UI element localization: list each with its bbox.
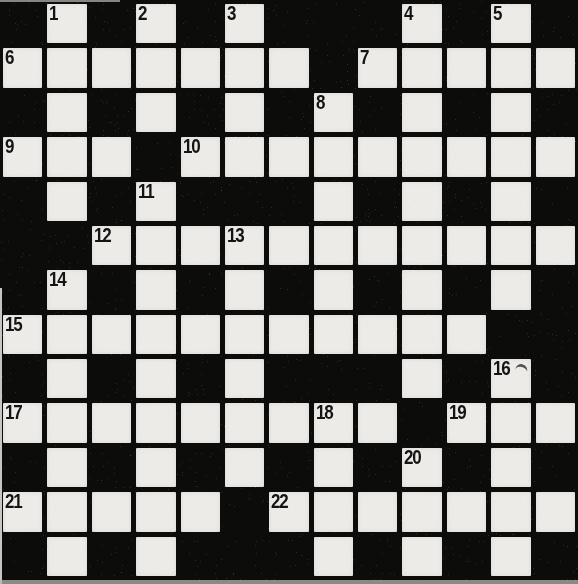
letter-square[interactable] — [225, 448, 264, 487]
letter-square[interactable] — [92, 315, 131, 354]
black-square — [181, 448, 220, 487]
letter-square[interactable] — [536, 403, 575, 442]
letter-square[interactable] — [47, 48, 86, 87]
letter-square[interactable] — [225, 315, 264, 354]
letter-square[interactable] — [225, 359, 264, 398]
black-square — [269, 93, 308, 132]
black-square — [3, 93, 42, 132]
black-square — [358, 537, 397, 576]
black-square — [269, 4, 308, 43]
clue-number: 9 — [5, 136, 13, 156]
black-square — [447, 4, 486, 43]
letter-square[interactable] — [136, 403, 175, 442]
letter-square[interactable]: 13 — [225, 226, 264, 265]
letter-square[interactable] — [491, 93, 530, 132]
black-square — [92, 182, 131, 221]
letter-square[interactable] — [136, 93, 175, 132]
black-square — [181, 182, 220, 221]
black-square — [269, 448, 308, 487]
clue-number: 15 — [5, 314, 21, 334]
clue-number: 10 — [183, 136, 199, 156]
black-square — [314, 48, 353, 87]
letter-square[interactable] — [181, 403, 220, 442]
letter-square[interactable]: 1 — [47, 4, 86, 43]
letter-square[interactable] — [47, 93, 86, 132]
letter-square[interactable] — [136, 448, 175, 487]
letter-square[interactable]: 21 — [3, 492, 42, 531]
letter-square[interactable] — [447, 137, 486, 176]
clue-number: 3 — [227, 3, 235, 23]
black-square — [47, 226, 86, 265]
letter-square[interactable] — [314, 226, 353, 265]
letter-square[interactable] — [358, 315, 397, 354]
letter-square[interactable] — [402, 359, 441, 398]
letter-square[interactable]: 3 — [225, 4, 264, 43]
letter-square[interactable] — [181, 226, 220, 265]
letter-square[interactable] — [47, 359, 86, 398]
letter-square[interactable] — [269, 226, 308, 265]
black-square — [358, 270, 397, 309]
letter-square[interactable] — [181, 315, 220, 354]
letter-square[interactable] — [269, 315, 308, 354]
black-square — [225, 182, 264, 221]
black-square — [491, 315, 530, 354]
black-square — [181, 537, 220, 576]
scan-artifact-left-edge — [0, 288, 2, 584]
letter-square[interactable] — [314, 537, 353, 576]
letter-square[interactable] — [47, 403, 86, 442]
black-square — [447, 359, 486, 398]
black-square — [92, 448, 131, 487]
black-square — [3, 4, 42, 43]
clue-number: 6 — [5, 47, 13, 67]
clue-number: 1 — [49, 3, 57, 23]
letter-square[interactable] — [358, 492, 397, 531]
letter-square[interactable] — [402, 226, 441, 265]
letter-square[interactable] — [447, 48, 486, 87]
letter-square[interactable]: 4 — [402, 4, 441, 43]
clue-number: 2 — [138, 3, 146, 23]
black-square — [447, 93, 486, 132]
letter-square[interactable] — [402, 315, 441, 354]
black-square — [358, 4, 397, 43]
letter-square[interactable] — [536, 48, 575, 87]
black-square — [3, 537, 42, 576]
black-square — [314, 4, 353, 43]
letter-square[interactable] — [314, 137, 353, 176]
black-square — [358, 182, 397, 221]
letter-square[interactable] — [314, 448, 353, 487]
clue-number: 14 — [49, 269, 65, 289]
clue-number: 22 — [271, 491, 287, 511]
black-square — [536, 270, 575, 309]
clue-number: 8 — [316, 92, 324, 112]
letter-square[interactable] — [47, 137, 86, 176]
black-square — [536, 182, 575, 221]
scan-artifact-bottom-edge — [0, 580, 578, 584]
black-square — [536, 537, 575, 576]
clue-number: 21 — [5, 491, 21, 511]
black-square — [447, 182, 486, 221]
letter-square[interactable] — [269, 403, 308, 442]
letter-square[interactable] — [491, 448, 530, 487]
black-square — [447, 448, 486, 487]
black-square — [358, 359, 397, 398]
black-square — [92, 359, 131, 398]
letter-square[interactable] — [402, 270, 441, 309]
black-square — [536, 4, 575, 43]
letter-square[interactable] — [181, 492, 220, 531]
black-square — [181, 270, 220, 309]
letter-square[interactable] — [358, 226, 397, 265]
letter-square[interactable] — [136, 226, 175, 265]
clue-number: 20 — [404, 447, 420, 467]
letter-square[interactable] — [225, 137, 264, 176]
clue-number: 12 — [94, 225, 110, 245]
clue-number: 5 — [493, 3, 501, 23]
letter-square[interactable] — [447, 492, 486, 531]
letter-square[interactable] — [402, 48, 441, 87]
letter-square[interactable] — [225, 403, 264, 442]
black-square — [225, 537, 264, 576]
black-square — [3, 226, 42, 265]
letter-square[interactable] — [536, 137, 575, 176]
black-square — [92, 4, 131, 43]
black-square — [92, 537, 131, 576]
letter-square[interactable] — [447, 315, 486, 354]
letter-square[interactable]: 9 — [3, 137, 42, 176]
clue-number: 19 — [449, 402, 465, 422]
black-square — [181, 359, 220, 398]
clue-number: 4 — [404, 3, 412, 23]
letter-square[interactable]: 15 — [3, 315, 42, 354]
letter-square[interactable]: 22 — [269, 492, 308, 531]
letter-square[interactable] — [225, 270, 264, 309]
letter-square[interactable] — [402, 492, 441, 531]
letter-square[interactable] — [47, 492, 86, 531]
clue-number: 13 — [227, 225, 243, 245]
letter-square[interactable] — [358, 137, 397, 176]
letter-square[interactable] — [536, 226, 575, 265]
letter-square[interactable]: 8 — [314, 93, 353, 132]
letter-square[interactable] — [225, 93, 264, 132]
black-square — [181, 4, 220, 43]
black-square — [358, 448, 397, 487]
letter-square[interactable] — [47, 315, 86, 354]
letter-square[interactable] — [536, 492, 575, 531]
letter-square[interactable]: 11 — [136, 182, 175, 221]
black-square — [92, 93, 131, 132]
black-square — [269, 270, 308, 309]
letter-square[interactable] — [92, 492, 131, 531]
letter-square[interactable]: 2 — [136, 4, 175, 43]
letter-square[interactable] — [402, 93, 441, 132]
letter-square[interactable] — [136, 537, 175, 576]
letter-square[interactable]: 10 — [181, 137, 220, 176]
black-square — [536, 448, 575, 487]
letter-square[interactable] — [47, 182, 86, 221]
letter-square[interactable] — [314, 182, 353, 221]
black-square — [447, 537, 486, 576]
black-square — [314, 359, 353, 398]
letter-square[interactable] — [402, 182, 441, 221]
black-square — [536, 315, 575, 354]
letter-square[interactable]: 16 — [491, 359, 530, 398]
letter-square[interactable] — [491, 403, 530, 442]
letter-square[interactable] — [447, 226, 486, 265]
letter-square[interactable]: 6 — [3, 48, 42, 87]
letter-square[interactable] — [92, 48, 131, 87]
letter-square[interactable] — [314, 492, 353, 531]
black-square — [269, 537, 308, 576]
letter-square[interactable] — [47, 537, 86, 576]
crossword-grid: 12345678910111213141516171819202122 — [3, 4, 575, 576]
letter-square[interactable]: 12 — [92, 226, 131, 265]
black-square — [3, 182, 42, 221]
letter-square[interactable] — [491, 270, 530, 309]
black-square — [536, 359, 575, 398]
letter-square[interactable]: 5 — [491, 4, 530, 43]
letter-square[interactable] — [269, 48, 308, 87]
letter-square[interactable] — [402, 137, 441, 176]
black-square — [402, 403, 441, 442]
black-square — [447, 270, 486, 309]
scan-artifact-top-edge — [0, 0, 120, 2]
letter-square[interactable] — [136, 48, 175, 87]
letter-square[interactable] — [491, 137, 530, 176]
clue-number: 17 — [5, 402, 21, 422]
clue-number: 18 — [316, 402, 332, 422]
letter-square[interactable] — [491, 48, 530, 87]
black-square — [181, 93, 220, 132]
clue-number: 11 — [138, 181, 153, 201]
letter-square[interactable] — [136, 315, 175, 354]
black-square — [269, 182, 308, 221]
letter-square[interactable] — [491, 182, 530, 221]
letter-square[interactable] — [314, 270, 353, 309]
black-square — [269, 359, 308, 398]
letter-square[interactable] — [225, 48, 264, 87]
letter-square[interactable]: 17 — [3, 403, 42, 442]
letter-square[interactable] — [314, 315, 353, 354]
black-square — [3, 270, 42, 309]
black-square — [3, 359, 42, 398]
clue-number: 7 — [360, 47, 368, 67]
clue-number: 16 — [493, 358, 509, 378]
letter-square[interactable]: 14 — [47, 270, 86, 309]
letter-square[interactable] — [136, 492, 175, 531]
letter-square[interactable] — [181, 48, 220, 87]
letter-square[interactable] — [136, 359, 175, 398]
letter-square[interactable] — [491, 492, 530, 531]
letter-square[interactable]: 20 — [402, 448, 441, 487]
black-square — [136, 137, 175, 176]
black-square — [358, 93, 397, 132]
letter-square[interactable] — [47, 448, 86, 487]
letter-square[interactable] — [92, 403, 131, 442]
black-square — [92, 270, 131, 309]
black-square — [3, 448, 42, 487]
letter-square[interactable]: 7 — [358, 48, 397, 87]
crossword-board: 12345678910111213141516171819202122 — [0, 0, 578, 584]
letter-square[interactable]: 18 — [314, 403, 353, 442]
letter-square[interactable]: 19 — [447, 403, 486, 442]
letter-square[interactable] — [491, 537, 530, 576]
letter-square[interactable] — [269, 137, 308, 176]
black-square — [225, 492, 264, 531]
letter-square[interactable] — [402, 537, 441, 576]
black-square — [536, 93, 575, 132]
letter-square[interactable] — [491, 226, 530, 265]
letter-square[interactable] — [358, 403, 397, 442]
pencil-tick-mark — [514, 363, 529, 376]
letter-square[interactable] — [136, 270, 175, 309]
letter-square[interactable] — [92, 137, 131, 176]
